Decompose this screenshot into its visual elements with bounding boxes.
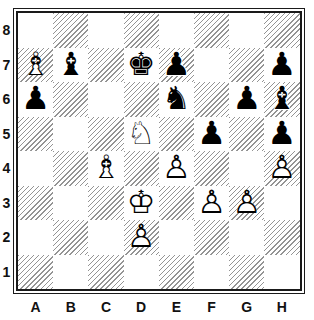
piece-black-pawn: ♟♟	[18, 82, 53, 117]
rank-label-2: 2	[0, 220, 13, 255]
file-label-e: E	[159, 297, 194, 317]
square-h2[interactable]	[264, 220, 299, 255]
square-h3[interactable]	[264, 186, 299, 221]
square-c7[interactable]	[88, 48, 123, 83]
piece-white-pawn: ♟♙	[194, 186, 229, 221]
square-d3[interactable]: ♚♔	[124, 186, 159, 221]
square-f1[interactable]	[194, 255, 229, 290]
square-d6[interactable]	[124, 82, 159, 117]
square-b6[interactable]	[53, 82, 88, 117]
square-b7[interactable]: ♝♝	[53, 48, 88, 83]
file-label-d: D	[124, 297, 159, 317]
square-e1[interactable]	[159, 255, 194, 290]
rank-label-7: 7	[0, 48, 13, 83]
square-f3[interactable]: ♟♙	[194, 186, 229, 221]
square-d5[interactable]: ♞♘	[124, 117, 159, 152]
rank-label-3: 3	[0, 186, 13, 221]
square-g1[interactable]	[229, 255, 264, 290]
piece-white-bishop: ♝♗	[88, 151, 123, 186]
square-f8[interactable]	[194, 13, 229, 48]
square-d1[interactable]	[124, 255, 159, 290]
rank-labels: 87654321	[0, 13, 13, 289]
square-c5[interactable]	[88, 117, 123, 152]
piece-white-pawn: ♟♙	[264, 151, 299, 186]
square-a3[interactable]	[18, 186, 53, 221]
piece-black-pawn: ♟♟	[194, 117, 229, 152]
square-b3[interactable]	[53, 186, 88, 221]
piece-black-pawn: ♟♟	[229, 82, 264, 117]
square-h1[interactable]	[264, 255, 299, 290]
piece-black-knight: ♞♞	[159, 82, 194, 117]
piece-black-pawn: ♟♟	[264, 117, 299, 152]
piece-white-pawn: ♟♙	[159, 151, 194, 186]
file-label-b: B	[53, 297, 88, 317]
piece-white-king: ♚♔	[124, 186, 159, 221]
square-c1[interactable]	[88, 255, 123, 290]
square-e3[interactable]	[159, 186, 194, 221]
square-g5[interactable]	[229, 117, 264, 152]
piece-white-pawn: ♟♙	[229, 186, 264, 221]
chess-diagram: 87654321 ♝♗♝♝♚♚♟♟♟♟♟♟♞♞♟♟♝♝♞♘♟♟♟♟♝♗♟♙♟♙♚…	[0, 0, 314, 320]
square-f7[interactable]	[194, 48, 229, 83]
square-g4[interactable]	[229, 151, 264, 186]
file-labels: ABCDEFGH	[18, 297, 300, 317]
square-d7[interactable]: ♚♚	[124, 48, 159, 83]
chess-board: ♝♗♝♝♚♚♟♟♟♟♟♟♞♞♟♟♝♝♞♘♟♟♟♟♝♗♟♙♟♙♚♔♟♙♟♙♟♙	[18, 13, 300, 289]
rank-label-1: 1	[0, 255, 13, 290]
piece-white-knight: ♞♘	[124, 117, 159, 152]
square-g3[interactable]: ♟♙	[229, 186, 264, 221]
square-c3[interactable]	[88, 186, 123, 221]
file-label-f: F	[194, 297, 229, 317]
piece-black-bishop: ♝♝	[53, 48, 88, 83]
file-label-c: C	[88, 297, 123, 317]
square-c6[interactable]	[88, 82, 123, 117]
square-b2[interactable]	[53, 220, 88, 255]
square-b4[interactable]	[53, 151, 88, 186]
square-e6[interactable]: ♞♞	[159, 82, 194, 117]
file-label-g: G	[229, 297, 264, 317]
square-c8[interactable]	[88, 13, 123, 48]
square-a2[interactable]	[18, 220, 53, 255]
square-c2[interactable]	[88, 220, 123, 255]
square-b1[interactable]	[53, 255, 88, 290]
square-f5[interactable]: ♟♟	[194, 117, 229, 152]
rank-label-8: 8	[0, 13, 13, 48]
rank-label-5: 5	[0, 117, 13, 152]
square-a6[interactable]: ♟♟	[18, 82, 53, 117]
square-h4[interactable]: ♟♙	[264, 151, 299, 186]
square-c4[interactable]: ♝♗	[88, 151, 123, 186]
square-a1[interactable]	[18, 255, 53, 290]
square-a4[interactable]	[18, 151, 53, 186]
square-b5[interactable]	[53, 117, 88, 152]
file-label-a: A	[18, 297, 53, 317]
piece-black-king: ♚♚	[124, 48, 159, 83]
square-a8[interactable]	[18, 13, 53, 48]
square-g2[interactable]	[229, 220, 264, 255]
rank-label-4: 4	[0, 151, 13, 186]
chess-board-inner-border: ♝♗♝♝♚♚♟♟♟♟♟♟♞♞♟♟♝♝♞♘♟♟♟♟♝♗♟♙♟♙♚♔♟♙♟♙♟♙	[16, 11, 302, 291]
square-g8[interactable]	[229, 13, 264, 48]
square-e2[interactable]	[159, 220, 194, 255]
square-f2[interactable]	[194, 220, 229, 255]
square-e5[interactable]	[159, 117, 194, 152]
square-g6[interactable]: ♟♟	[229, 82, 264, 117]
square-a5[interactable]	[18, 117, 53, 152]
square-d2[interactable]: ♟♙	[124, 220, 159, 255]
square-h5[interactable]: ♟♟	[264, 117, 299, 152]
square-d4[interactable]	[124, 151, 159, 186]
file-label-h: H	[264, 297, 299, 317]
rank-label-6: 6	[0, 82, 13, 117]
piece-white-pawn: ♟♙	[124, 220, 159, 255]
chess-board-frame: ♝♗♝♝♚♚♟♟♟♟♟♟♞♞♟♟♝♝♞♘♟♟♟♟♝♗♟♙♟♙♚♔♟♙♟♙♟♙	[13, 8, 305, 294]
square-f4[interactable]	[194, 151, 229, 186]
square-e4[interactable]: ♟♙	[159, 151, 194, 186]
